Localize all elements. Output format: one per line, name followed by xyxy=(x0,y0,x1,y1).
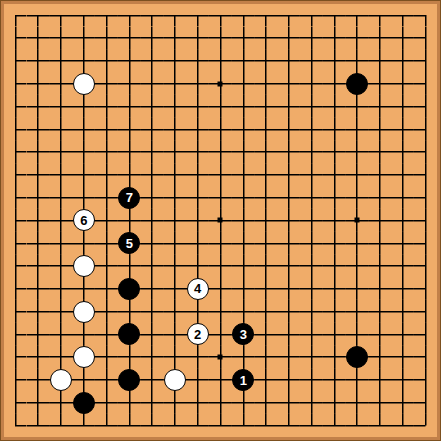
intersection-c1-r11[interactable] xyxy=(4,232,27,255)
intersection-c1-r9[interactable] xyxy=(4,186,27,209)
intersection-c16-r3[interactable] xyxy=(346,50,369,73)
intersection-c2-r13[interactable] xyxy=(27,277,50,300)
intersection-c19-r15[interactable] xyxy=(414,323,437,346)
intersection-c13-r18[interactable] xyxy=(277,391,300,414)
intersection-c13-r19[interactable] xyxy=(277,414,300,437)
intersection-c10-r18[interactable] xyxy=(209,391,232,414)
intersection-c5-r3[interactable] xyxy=(95,50,118,73)
intersection-c6-r7[interactable] xyxy=(118,141,141,164)
intersection-c2-r3[interactable] xyxy=(27,50,50,73)
intersection-c18-r3[interactable] xyxy=(391,50,414,73)
intersection-c16-r19[interactable] xyxy=(346,414,369,437)
intersection-c3-r13[interactable] xyxy=(50,277,73,300)
intersection-c15-r16[interactable] xyxy=(323,346,346,369)
intersection-c8-r1[interactable] xyxy=(164,4,187,27)
intersection-c3-r4[interactable] xyxy=(50,72,73,95)
intersection-c7-r18[interactable] xyxy=(141,391,164,414)
intersection-c17-r7[interactable] xyxy=(369,141,392,164)
intersection-c4-r1[interactable] xyxy=(72,4,95,27)
intersection-c18-r15[interactable] xyxy=(391,323,414,346)
intersection-c5-r17[interactable] xyxy=(95,369,118,392)
intersection-c10-r6[interactable] xyxy=(209,118,232,141)
intersection-c2-r2[interactable] xyxy=(27,27,50,50)
intersection-c6-r9[interactable]: 7 xyxy=(118,186,141,209)
intersection-c3-r2[interactable] xyxy=(50,27,73,50)
intersection-c11-r7[interactable] xyxy=(232,141,255,164)
intersection-c4-r2[interactable] xyxy=(72,27,95,50)
intersection-c11-r14[interactable] xyxy=(232,300,255,323)
intersection-c8-r8[interactable] xyxy=(164,164,187,187)
intersection-c15-r10[interactable] xyxy=(323,209,346,232)
intersection-c1-r7[interactable] xyxy=(4,141,27,164)
intersection-c16-r9[interactable] xyxy=(346,186,369,209)
intersection-c10-r1[interactable] xyxy=(209,4,232,27)
intersection-c15-r14[interactable] xyxy=(323,300,346,323)
intersection-c7-r16[interactable] xyxy=(141,346,164,369)
intersection-c9-r10[interactable] xyxy=(186,209,209,232)
intersection-c6-r10[interactable] xyxy=(118,209,141,232)
intersection-c10-r13[interactable] xyxy=(209,277,232,300)
intersection-c1-r18[interactable] xyxy=(4,391,27,414)
intersection-c18-r18[interactable] xyxy=(391,391,414,414)
intersection-c12-r8[interactable] xyxy=(255,164,278,187)
intersection-c17-r18[interactable] xyxy=(369,391,392,414)
intersection-c3-r15[interactable] xyxy=(50,323,73,346)
intersection-c11-r18[interactable] xyxy=(232,391,255,414)
intersection-c1-r13[interactable] xyxy=(4,277,27,300)
intersection-c16-r6[interactable] xyxy=(346,118,369,141)
intersection-c17-r9[interactable] xyxy=(369,186,392,209)
intersection-c7-r6[interactable] xyxy=(141,118,164,141)
intersection-c2-r14[interactable] xyxy=(27,300,50,323)
intersection-c9-r13[interactable]: 4 xyxy=(186,277,209,300)
intersection-c2-r17[interactable] xyxy=(27,369,50,392)
intersection-c5-r14[interactable] xyxy=(95,300,118,323)
intersection-c6-r11[interactable]: 5 xyxy=(118,232,141,255)
intersection-c17-r8[interactable] xyxy=(369,164,392,187)
intersection-c11-r9[interactable] xyxy=(232,186,255,209)
intersection-c1-r4[interactable] xyxy=(4,72,27,95)
intersection-c12-r17[interactable] xyxy=(255,369,278,392)
intersection-c14-r19[interactable] xyxy=(300,414,323,437)
intersection-c15-r6[interactable] xyxy=(323,118,346,141)
intersection-c15-r11[interactable] xyxy=(323,232,346,255)
intersection-c11-r5[interactable] xyxy=(232,95,255,118)
intersection-c7-r8[interactable] xyxy=(141,164,164,187)
intersection-c10-r11[interactable] xyxy=(209,232,232,255)
intersection-c12-r11[interactable] xyxy=(255,232,278,255)
intersection-c4-r12[interactable] xyxy=(72,255,95,278)
intersection-c17-r19[interactable] xyxy=(369,414,392,437)
intersection-c9-r8[interactable] xyxy=(186,164,209,187)
intersection-c14-r17[interactable] xyxy=(300,369,323,392)
intersection-c15-r7[interactable] xyxy=(323,141,346,164)
intersection-c17-r2[interactable] xyxy=(369,27,392,50)
intersection-c17-r10[interactable] xyxy=(369,209,392,232)
intersection-c17-r15[interactable] xyxy=(369,323,392,346)
intersection-c18-r9[interactable] xyxy=(391,186,414,209)
intersection-c3-r7[interactable] xyxy=(50,141,73,164)
intersection-c8-r15[interactable] xyxy=(164,323,187,346)
intersection-c16-r2[interactable] xyxy=(346,27,369,50)
intersection-c1-r2[interactable] xyxy=(4,27,27,50)
intersection-c13-r8[interactable] xyxy=(277,164,300,187)
intersection-c13-r7[interactable] xyxy=(277,141,300,164)
intersection-c19-r12[interactable] xyxy=(414,255,437,278)
intersection-c18-r7[interactable] xyxy=(391,141,414,164)
intersection-c14-r15[interactable] xyxy=(300,323,323,346)
intersection-c13-r10[interactable] xyxy=(277,209,300,232)
intersection-c10-r2[interactable] xyxy=(209,27,232,50)
intersection-c12-r16[interactable] xyxy=(255,346,278,369)
intersection-c2-r4[interactable] xyxy=(27,72,50,95)
intersection-c19-r1[interactable] xyxy=(414,4,437,27)
intersection-c12-r2[interactable] xyxy=(255,27,278,50)
intersection-c10-r5[interactable] xyxy=(209,95,232,118)
intersection-c8-r17[interactable] xyxy=(164,369,187,392)
intersection-c5-r16[interactable] xyxy=(95,346,118,369)
intersection-c12-r4[interactable] xyxy=(255,72,278,95)
intersection-c8-r5[interactable] xyxy=(164,95,187,118)
intersection-c2-r16[interactable] xyxy=(27,346,50,369)
intersection-c7-r17[interactable] xyxy=(141,369,164,392)
intersection-c16-r13[interactable] xyxy=(346,277,369,300)
intersection-c13-r17[interactable] xyxy=(277,369,300,392)
intersection-c3-r10[interactable] xyxy=(50,209,73,232)
intersection-c2-r10[interactable] xyxy=(27,209,50,232)
intersection-c19-r7[interactable] xyxy=(414,141,437,164)
intersection-c15-r4[interactable] xyxy=(323,72,346,95)
intersection-c2-r5[interactable] xyxy=(27,95,50,118)
intersection-c18-r17[interactable] xyxy=(391,369,414,392)
intersection-c6-r15[interactable] xyxy=(118,323,141,346)
intersection-c5-r8[interactable] xyxy=(95,164,118,187)
intersection-c14-r10[interactable] xyxy=(300,209,323,232)
intersection-c15-r5[interactable] xyxy=(323,95,346,118)
intersection-c3-r8[interactable] xyxy=(50,164,73,187)
intersection-c13-r2[interactable] xyxy=(277,27,300,50)
intersection-c9-r19[interactable] xyxy=(186,414,209,437)
intersection-c5-r11[interactable] xyxy=(95,232,118,255)
intersection-c5-r4[interactable] xyxy=(95,72,118,95)
intersection-c15-r19[interactable] xyxy=(323,414,346,437)
intersection-c1-r15[interactable] xyxy=(4,323,27,346)
intersection-c2-r7[interactable] xyxy=(27,141,50,164)
intersection-c5-r6[interactable] xyxy=(95,118,118,141)
intersection-c11-r17[interactable]: 1 xyxy=(232,369,255,392)
intersection-c2-r18[interactable] xyxy=(27,391,50,414)
intersection-c13-r4[interactable] xyxy=(277,72,300,95)
intersection-c12-r12[interactable] xyxy=(255,255,278,278)
intersection-c7-r15[interactable] xyxy=(141,323,164,346)
intersection-c8-r3[interactable] xyxy=(164,50,187,73)
intersection-c15-r17[interactable] xyxy=(323,369,346,392)
intersection-c9-r4[interactable] xyxy=(186,72,209,95)
intersection-c10-r10[interactable] xyxy=(209,209,232,232)
intersection-c11-r3[interactable] xyxy=(232,50,255,73)
intersection-c1-r16[interactable] xyxy=(4,346,27,369)
intersection-c10-r16[interactable] xyxy=(209,346,232,369)
intersection-c19-r3[interactable] xyxy=(414,50,437,73)
intersection-c19-r16[interactable] xyxy=(414,346,437,369)
intersection-c4-r16[interactable] xyxy=(72,346,95,369)
intersection-c5-r19[interactable] xyxy=(95,414,118,437)
intersection-c13-r9[interactable] xyxy=(277,186,300,209)
intersection-c7-r2[interactable] xyxy=(141,27,164,50)
intersection-c15-r15[interactable] xyxy=(323,323,346,346)
intersection-c18-r4[interactable] xyxy=(391,72,414,95)
intersection-c17-r11[interactable] xyxy=(369,232,392,255)
intersection-c2-r19[interactable] xyxy=(27,414,50,437)
intersection-c3-r18[interactable] xyxy=(50,391,73,414)
intersection-c14-r2[interactable] xyxy=(300,27,323,50)
intersection-c12-r9[interactable] xyxy=(255,186,278,209)
intersection-c14-r5[interactable] xyxy=(300,95,323,118)
intersection-c3-r12[interactable] xyxy=(50,255,73,278)
intersection-c16-r10[interactable] xyxy=(346,209,369,232)
intersection-c11-r16[interactable] xyxy=(232,346,255,369)
intersection-c1-r3[interactable] xyxy=(4,50,27,73)
intersection-c2-r9[interactable] xyxy=(27,186,50,209)
intersection-c5-r12[interactable] xyxy=(95,255,118,278)
intersection-c6-r3[interactable] xyxy=(118,50,141,73)
intersection-c8-r9[interactable] xyxy=(164,186,187,209)
intersection-c1-r6[interactable] xyxy=(4,118,27,141)
intersection-c4-r6[interactable] xyxy=(72,118,95,141)
intersection-c3-r5[interactable] xyxy=(50,95,73,118)
intersection-c10-r19[interactable] xyxy=(209,414,232,437)
intersection-c2-r8[interactable] xyxy=(27,164,50,187)
intersection-c8-r2[interactable] xyxy=(164,27,187,50)
intersection-c2-r15[interactable] xyxy=(27,323,50,346)
intersection-c17-r17[interactable] xyxy=(369,369,392,392)
intersection-c19-r18[interactable] xyxy=(414,391,437,414)
intersection-c17-r16[interactable] xyxy=(369,346,392,369)
intersection-c16-r4[interactable] xyxy=(346,72,369,95)
intersection-c8-r12[interactable] xyxy=(164,255,187,278)
intersection-c16-r14[interactable] xyxy=(346,300,369,323)
intersection-c11-r8[interactable] xyxy=(232,164,255,187)
intersection-c15-r1[interactable] xyxy=(323,4,346,27)
intersection-c16-r12[interactable] xyxy=(346,255,369,278)
intersection-c17-r12[interactable] xyxy=(369,255,392,278)
intersection-c10-r8[interactable] xyxy=(209,164,232,187)
intersection-c9-r7[interactable] xyxy=(186,141,209,164)
intersection-c11-r19[interactable] xyxy=(232,414,255,437)
intersection-c13-r13[interactable] xyxy=(277,277,300,300)
intersection-c4-r11[interactable] xyxy=(72,232,95,255)
intersection-c12-r19[interactable] xyxy=(255,414,278,437)
intersection-c6-r1[interactable] xyxy=(118,4,141,27)
intersection-c12-r3[interactable] xyxy=(255,50,278,73)
intersection-c13-r12[interactable] xyxy=(277,255,300,278)
intersection-c15-r8[interactable] xyxy=(323,164,346,187)
intersection-c6-r19[interactable] xyxy=(118,414,141,437)
intersection-c18-r14[interactable] xyxy=(391,300,414,323)
intersection-c13-r11[interactable] xyxy=(277,232,300,255)
intersection-c18-r1[interactable] xyxy=(391,4,414,27)
intersection-c14-r16[interactable] xyxy=(300,346,323,369)
intersection-c17-r14[interactable] xyxy=(369,300,392,323)
intersection-c4-r13[interactable] xyxy=(72,277,95,300)
intersection-c11-r4[interactable] xyxy=(232,72,255,95)
intersection-c9-r6[interactable] xyxy=(186,118,209,141)
intersection-c8-r18[interactable] xyxy=(164,391,187,414)
intersection-c7-r4[interactable] xyxy=(141,72,164,95)
intersection-c8-r13[interactable] xyxy=(164,277,187,300)
intersection-c6-r8[interactable] xyxy=(118,164,141,187)
intersection-c1-r8[interactable] xyxy=(4,164,27,187)
intersection-c18-r12[interactable] xyxy=(391,255,414,278)
intersection-c19-r4[interactable] xyxy=(414,72,437,95)
intersection-c10-r9[interactable] xyxy=(209,186,232,209)
intersection-c4-r14[interactable] xyxy=(72,300,95,323)
intersection-c17-r5[interactable] xyxy=(369,95,392,118)
intersection-c4-r10[interactable]: 6 xyxy=(72,209,95,232)
intersection-c19-r19[interactable] xyxy=(414,414,437,437)
intersection-c19-r11[interactable] xyxy=(414,232,437,255)
intersection-c5-r15[interactable] xyxy=(95,323,118,346)
intersection-c13-r14[interactable] xyxy=(277,300,300,323)
intersection-c6-r14[interactable] xyxy=(118,300,141,323)
intersection-c9-r17[interactable] xyxy=(186,369,209,392)
intersection-c14-r11[interactable] xyxy=(300,232,323,255)
intersection-c14-r9[interactable] xyxy=(300,186,323,209)
intersection-c11-r13[interactable] xyxy=(232,277,255,300)
intersection-c11-r11[interactable] xyxy=(232,232,255,255)
intersection-c17-r1[interactable] xyxy=(369,4,392,27)
intersection-c5-r2[interactable] xyxy=(95,27,118,50)
intersection-c19-r5[interactable] xyxy=(414,95,437,118)
intersection-c10-r7[interactable] xyxy=(209,141,232,164)
intersection-c5-r10[interactable] xyxy=(95,209,118,232)
intersection-c1-r12[interactable] xyxy=(4,255,27,278)
intersection-c9-r5[interactable] xyxy=(186,95,209,118)
intersection-c4-r15[interactable] xyxy=(72,323,95,346)
intersection-c13-r15[interactable] xyxy=(277,323,300,346)
intersection-c1-r19[interactable] xyxy=(4,414,27,437)
intersection-c14-r8[interactable] xyxy=(300,164,323,187)
intersection-c18-r13[interactable] xyxy=(391,277,414,300)
intersection-c8-r16[interactable] xyxy=(164,346,187,369)
intersection-c17-r13[interactable] xyxy=(369,277,392,300)
intersection-c7-r13[interactable] xyxy=(141,277,164,300)
intersection-c8-r10[interactable] xyxy=(164,209,187,232)
intersection-c16-r7[interactable] xyxy=(346,141,369,164)
intersection-c3-r17[interactable] xyxy=(50,369,73,392)
intersection-c8-r6[interactable] xyxy=(164,118,187,141)
intersection-c14-r6[interactable] xyxy=(300,118,323,141)
intersection-c16-r18[interactable] xyxy=(346,391,369,414)
intersection-c17-r3[interactable] xyxy=(369,50,392,73)
intersection-c19-r8[interactable] xyxy=(414,164,437,187)
intersection-c14-r14[interactable] xyxy=(300,300,323,323)
intersection-c14-r3[interactable] xyxy=(300,50,323,73)
intersection-c15-r13[interactable] xyxy=(323,277,346,300)
intersection-c19-r6[interactable] xyxy=(414,118,437,141)
intersection-c5-r7[interactable] xyxy=(95,141,118,164)
intersection-c12-r10[interactable] xyxy=(255,209,278,232)
intersection-c4-r3[interactable] xyxy=(72,50,95,73)
intersection-c4-r18[interactable] xyxy=(72,391,95,414)
intersection-c13-r3[interactable] xyxy=(277,50,300,73)
intersection-c3-r14[interactable] xyxy=(50,300,73,323)
intersection-c11-r1[interactable] xyxy=(232,4,255,27)
intersection-c11-r15[interactable]: 3 xyxy=(232,323,255,346)
intersection-c14-r13[interactable] xyxy=(300,277,323,300)
intersection-c8-r19[interactable] xyxy=(164,414,187,437)
intersection-c6-r16[interactable] xyxy=(118,346,141,369)
intersection-c4-r8[interactable] xyxy=(72,164,95,187)
intersection-c5-r13[interactable] xyxy=(95,277,118,300)
intersection-c12-r7[interactable] xyxy=(255,141,278,164)
intersection-c13-r6[interactable] xyxy=(277,118,300,141)
intersection-c1-r14[interactable] xyxy=(4,300,27,323)
intersection-c7-r14[interactable] xyxy=(141,300,164,323)
intersection-c8-r14[interactable] xyxy=(164,300,187,323)
intersection-c3-r19[interactable] xyxy=(50,414,73,437)
intersection-c14-r1[interactable] xyxy=(300,4,323,27)
intersection-c9-r3[interactable] xyxy=(186,50,209,73)
intersection-c7-r10[interactable] xyxy=(141,209,164,232)
intersection-c9-r16[interactable] xyxy=(186,346,209,369)
intersection-c6-r6[interactable] xyxy=(118,118,141,141)
intersection-c19-r13[interactable] xyxy=(414,277,437,300)
intersection-c7-r7[interactable] xyxy=(141,141,164,164)
intersection-c18-r10[interactable] xyxy=(391,209,414,232)
intersection-c15-r18[interactable] xyxy=(323,391,346,414)
intersection-c13-r16[interactable] xyxy=(277,346,300,369)
intersection-c12-r1[interactable] xyxy=(255,4,278,27)
intersection-c10-r12[interactable] xyxy=(209,255,232,278)
intersection-c19-r17[interactable] xyxy=(414,369,437,392)
intersection-c1-r10[interactable] xyxy=(4,209,27,232)
intersection-c9-r2[interactable] xyxy=(186,27,209,50)
intersection-c15-r12[interactable] xyxy=(323,255,346,278)
intersection-c3-r6[interactable] xyxy=(50,118,73,141)
intersection-c18-r6[interactable] xyxy=(391,118,414,141)
intersection-c16-r8[interactable] xyxy=(346,164,369,187)
intersection-c4-r5[interactable] xyxy=(72,95,95,118)
intersection-c4-r17[interactable] xyxy=(72,369,95,392)
intersection-c9-r15[interactable]: 2 xyxy=(186,323,209,346)
intersection-c10-r15[interactable] xyxy=(209,323,232,346)
intersection-c19-r9[interactable] xyxy=(414,186,437,209)
intersection-c13-r1[interactable] xyxy=(277,4,300,27)
intersection-c12-r5[interactable] xyxy=(255,95,278,118)
intersection-c6-r2[interactable] xyxy=(118,27,141,50)
intersection-c14-r7[interactable] xyxy=(300,141,323,164)
intersection-c19-r10[interactable] xyxy=(414,209,437,232)
intersection-c9-r18[interactable] xyxy=(186,391,209,414)
intersection-c6-r17[interactable] xyxy=(118,369,141,392)
intersection-c3-r3[interactable] xyxy=(50,50,73,73)
intersection-c16-r15[interactable] xyxy=(346,323,369,346)
intersection-c2-r6[interactable] xyxy=(27,118,50,141)
intersection-c15-r9[interactable] xyxy=(323,186,346,209)
intersection-c7-r11[interactable] xyxy=(141,232,164,255)
intersection-c4-r7[interactable] xyxy=(72,141,95,164)
intersection-c10-r4[interactable] xyxy=(209,72,232,95)
intersection-c4-r19[interactable] xyxy=(72,414,95,437)
intersection-c18-r5[interactable] xyxy=(391,95,414,118)
intersection-c18-r19[interactable] xyxy=(391,414,414,437)
intersection-c18-r11[interactable] xyxy=(391,232,414,255)
intersection-c11-r2[interactable] xyxy=(232,27,255,50)
intersection-c5-r9[interactable] xyxy=(95,186,118,209)
intersection-c6-r18[interactable] xyxy=(118,391,141,414)
intersection-c1-r17[interactable] xyxy=(4,369,27,392)
